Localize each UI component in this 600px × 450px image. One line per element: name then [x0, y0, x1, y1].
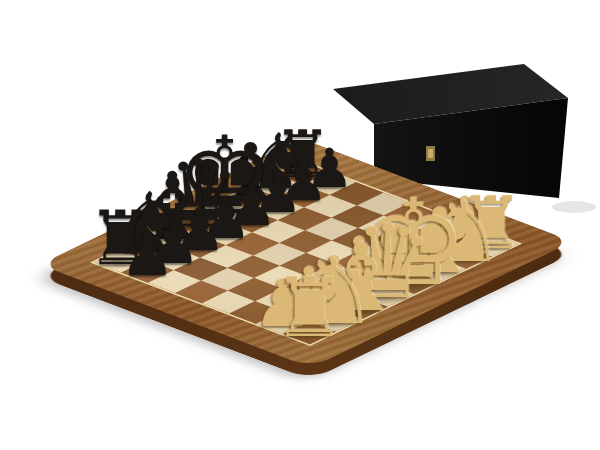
piece-white-rook-a1[interactable]: ♜ — [269, 267, 351, 349]
piece-black-pawn-a7[interactable]: ♟ — [117, 223, 178, 284]
pieces-layer: ♜♞♝♛♚♝♞♜♟♟♟♟♟♟♟♟♟♟♟♟♟♟♟♟♜♞♝♛♚♝♞♜ — [0, 0, 600, 450]
product-photo-scene: ♜♞♝♛♚♝♞♜♟♟♟♟♟♟♟♟♟♟♟♟♟♟♟♟♜♞♝♛♚♝♞♜ — [0, 0, 600, 450]
